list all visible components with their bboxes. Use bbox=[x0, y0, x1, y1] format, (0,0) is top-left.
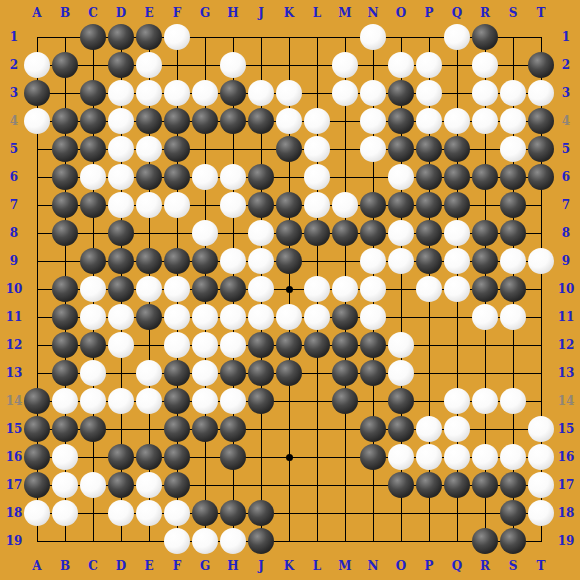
intersection-E13[interactable]: ○ bbox=[135, 359, 163, 387]
intersection-B12[interactable]: ● bbox=[51, 331, 79, 359]
intersection-L16[interactable] bbox=[303, 443, 331, 471]
intersection-H9[interactable]: ○ bbox=[219, 247, 247, 275]
intersection-D19[interactable] bbox=[107, 527, 135, 555]
intersection-T1[interactable] bbox=[527, 23, 555, 51]
intersection-N17[interactable] bbox=[359, 471, 387, 499]
intersection-N12[interactable]: ● bbox=[359, 331, 387, 359]
intersection-P9[interactable]: ● bbox=[415, 247, 443, 275]
intersection-S1[interactable] bbox=[499, 23, 527, 51]
intersection-L12[interactable]: ● bbox=[303, 331, 331, 359]
intersection-J8[interactable]: ○ bbox=[247, 219, 275, 247]
intersection-J3[interactable]: ○ bbox=[247, 79, 275, 107]
intersection-B10[interactable]: ● bbox=[51, 275, 79, 303]
intersection-J10[interactable]: ○ bbox=[247, 275, 275, 303]
intersection-C6[interactable]: ○ bbox=[79, 163, 107, 191]
intersection-D8[interactable]: ● bbox=[107, 219, 135, 247]
intersection-S8[interactable]: ● bbox=[499, 219, 527, 247]
intersection-G17[interactable] bbox=[191, 471, 219, 499]
intersection-K3[interactable]: ○ bbox=[275, 79, 303, 107]
intersection-E18[interactable]: ○ bbox=[135, 499, 163, 527]
intersection-P14[interactable] bbox=[415, 387, 443, 415]
intersection-A12[interactable] bbox=[23, 331, 51, 359]
intersection-P7[interactable]: ● bbox=[415, 191, 443, 219]
intersection-K6[interactable] bbox=[275, 163, 303, 191]
intersection-S12[interactable] bbox=[499, 331, 527, 359]
intersection-H6[interactable]: ○ bbox=[219, 163, 247, 191]
intersection-L7[interactable]: ○ bbox=[303, 191, 331, 219]
intersection-N7[interactable]: ● bbox=[359, 191, 387, 219]
intersection-S18[interactable]: ● bbox=[499, 499, 527, 527]
intersection-T2[interactable]: ● bbox=[527, 51, 555, 79]
intersection-E14[interactable]: ○ bbox=[135, 387, 163, 415]
intersection-H10[interactable]: ● bbox=[219, 275, 247, 303]
intersection-N4[interactable]: ○ bbox=[359, 107, 387, 135]
intersection-P2[interactable]: ○ bbox=[415, 51, 443, 79]
intersection-A10[interactable] bbox=[23, 275, 51, 303]
intersection-C19[interactable] bbox=[79, 527, 107, 555]
intersection-N16[interactable]: ● bbox=[359, 443, 387, 471]
intersection-A18[interactable]: ○ bbox=[23, 499, 51, 527]
intersection-S17[interactable]: ● bbox=[499, 471, 527, 499]
intersection-T4[interactable]: ● bbox=[527, 107, 555, 135]
intersection-P5[interactable]: ● bbox=[415, 135, 443, 163]
intersection-N14[interactable] bbox=[359, 387, 387, 415]
intersection-C5[interactable]: ● bbox=[79, 135, 107, 163]
intersection-D13[interactable] bbox=[107, 359, 135, 387]
intersection-O17[interactable]: ● bbox=[387, 471, 415, 499]
intersection-F13[interactable]: ● bbox=[163, 359, 191, 387]
intersection-B3[interactable] bbox=[51, 79, 79, 107]
intersection-N18[interactable] bbox=[359, 499, 387, 527]
intersection-B15[interactable]: ● bbox=[51, 415, 79, 443]
intersection-G9[interactable]: ● bbox=[191, 247, 219, 275]
intersection-A16[interactable]: ● bbox=[23, 443, 51, 471]
intersection-A17[interactable]: ● bbox=[23, 471, 51, 499]
intersection-R1[interactable]: ● bbox=[471, 23, 499, 51]
intersection-S13[interactable] bbox=[499, 359, 527, 387]
intersection-J12[interactable]: ● bbox=[247, 331, 275, 359]
intersection-G15[interactable]: ● bbox=[191, 415, 219, 443]
intersection-H11[interactable]: ○ bbox=[219, 303, 247, 331]
intersection-F14[interactable]: ● bbox=[163, 387, 191, 415]
intersection-M12[interactable]: ● bbox=[331, 331, 359, 359]
intersection-T19[interactable] bbox=[527, 527, 555, 555]
intersection-P12[interactable] bbox=[415, 331, 443, 359]
intersection-P1[interactable] bbox=[415, 23, 443, 51]
intersection-Q2[interactable] bbox=[443, 51, 471, 79]
intersection-M10[interactable]: ○ bbox=[331, 275, 359, 303]
intersection-E16[interactable]: ● bbox=[135, 443, 163, 471]
intersection-G13[interactable]: ○ bbox=[191, 359, 219, 387]
intersection-L11[interactable]: ○ bbox=[303, 303, 331, 331]
intersection-J18[interactable]: ● bbox=[247, 499, 275, 527]
intersection-C10[interactable]: ○ bbox=[79, 275, 107, 303]
intersection-Q9[interactable]: ○ bbox=[443, 247, 471, 275]
intersection-K19[interactable] bbox=[275, 527, 303, 555]
intersection-E6[interactable]: ● bbox=[135, 163, 163, 191]
intersection-B1[interactable] bbox=[51, 23, 79, 51]
intersection-R8[interactable]: ● bbox=[471, 219, 499, 247]
intersection-A11[interactable] bbox=[23, 303, 51, 331]
intersection-N8[interactable]: ● bbox=[359, 219, 387, 247]
intersection-E4[interactable]: ● bbox=[135, 107, 163, 135]
intersection-A15[interactable]: ● bbox=[23, 415, 51, 443]
intersection-L19[interactable] bbox=[303, 527, 331, 555]
intersection-R15[interactable] bbox=[471, 415, 499, 443]
intersection-M6[interactable] bbox=[331, 163, 359, 191]
intersection-B4[interactable]: ● bbox=[51, 107, 79, 135]
intersection-N3[interactable]: ○ bbox=[359, 79, 387, 107]
intersection-M3[interactable]: ○ bbox=[331, 79, 359, 107]
intersection-A19[interactable] bbox=[23, 527, 51, 555]
intersection-Q14[interactable]: ○ bbox=[443, 387, 471, 415]
intersection-L2[interactable] bbox=[303, 51, 331, 79]
intersection-E2[interactable]: ○ bbox=[135, 51, 163, 79]
intersection-H2[interactable]: ○ bbox=[219, 51, 247, 79]
intersection-H4[interactable]: ● bbox=[219, 107, 247, 135]
intersection-S3[interactable]: ○ bbox=[499, 79, 527, 107]
intersection-K4[interactable]: ○ bbox=[275, 107, 303, 135]
intersection-Q7[interactable]: ● bbox=[443, 191, 471, 219]
intersection-T3[interactable]: ○ bbox=[527, 79, 555, 107]
intersection-E9[interactable]: ● bbox=[135, 247, 163, 275]
intersection-R18[interactable] bbox=[471, 499, 499, 527]
intersection-K17[interactable] bbox=[275, 471, 303, 499]
intersection-G4[interactable]: ● bbox=[191, 107, 219, 135]
intersection-B13[interactable]: ● bbox=[51, 359, 79, 387]
intersection-A7[interactable] bbox=[23, 191, 51, 219]
intersection-R6[interactable]: ● bbox=[471, 163, 499, 191]
intersection-S7[interactable]: ● bbox=[499, 191, 527, 219]
intersection-G2[interactable] bbox=[191, 51, 219, 79]
intersection-Q1[interactable]: ○ bbox=[443, 23, 471, 51]
intersection-N19[interactable] bbox=[359, 527, 387, 555]
intersection-M11[interactable]: ● bbox=[331, 303, 359, 331]
intersection-R10[interactable]: ● bbox=[471, 275, 499, 303]
intersection-S10[interactable]: ● bbox=[499, 275, 527, 303]
intersection-G10[interactable]: ● bbox=[191, 275, 219, 303]
intersection-J11[interactable]: ○ bbox=[247, 303, 275, 331]
intersection-R13[interactable] bbox=[471, 359, 499, 387]
intersection-O19[interactable] bbox=[387, 527, 415, 555]
intersection-E1[interactable]: ● bbox=[135, 23, 163, 51]
intersection-A3[interactable]: ● bbox=[23, 79, 51, 107]
intersection-B5[interactable]: ● bbox=[51, 135, 79, 163]
intersection-A4[interactable]: ○ bbox=[23, 107, 51, 135]
intersection-B8[interactable]: ● bbox=[51, 219, 79, 247]
intersection-L5[interactable]: ○ bbox=[303, 135, 331, 163]
intersection-H3[interactable]: ● bbox=[219, 79, 247, 107]
intersection-F9[interactable]: ● bbox=[163, 247, 191, 275]
intersection-F12[interactable]: ○ bbox=[163, 331, 191, 359]
intersection-N13[interactable]: ● bbox=[359, 359, 387, 387]
intersection-M8[interactable]: ● bbox=[331, 219, 359, 247]
intersection-D15[interactable] bbox=[107, 415, 135, 443]
intersection-D6[interactable]: ○ bbox=[107, 163, 135, 191]
intersection-P13[interactable] bbox=[415, 359, 443, 387]
intersection-E15[interactable] bbox=[135, 415, 163, 443]
intersection-C14[interactable]: ○ bbox=[79, 387, 107, 415]
intersection-J5[interactable] bbox=[247, 135, 275, 163]
intersection-M2[interactable]: ○ bbox=[331, 51, 359, 79]
intersection-F15[interactable]: ● bbox=[163, 415, 191, 443]
intersection-E11[interactable]: ● bbox=[135, 303, 163, 331]
intersection-B18[interactable]: ○ bbox=[51, 499, 79, 527]
intersection-A1[interactable] bbox=[23, 23, 51, 51]
intersection-J9[interactable]: ○ bbox=[247, 247, 275, 275]
intersection-K8[interactable]: ● bbox=[275, 219, 303, 247]
intersection-B11[interactable]: ● bbox=[51, 303, 79, 331]
intersection-B17[interactable]: ○ bbox=[51, 471, 79, 499]
intersection-F4[interactable]: ● bbox=[163, 107, 191, 135]
intersection-G18[interactable]: ● bbox=[191, 499, 219, 527]
intersection-P16[interactable]: ○ bbox=[415, 443, 443, 471]
intersection-C15[interactable]: ● bbox=[79, 415, 107, 443]
intersection-F10[interactable]: ○ bbox=[163, 275, 191, 303]
intersection-H16[interactable]: ● bbox=[219, 443, 247, 471]
intersection-L4[interactable]: ○ bbox=[303, 107, 331, 135]
intersection-Q17[interactable]: ● bbox=[443, 471, 471, 499]
intersection-B14[interactable]: ○ bbox=[51, 387, 79, 415]
intersection-N15[interactable]: ● bbox=[359, 415, 387, 443]
intersection-L17[interactable] bbox=[303, 471, 331, 499]
intersection-K11[interactable]: ○ bbox=[275, 303, 303, 331]
intersection-E12[interactable] bbox=[135, 331, 163, 359]
intersection-F18[interactable]: ○ bbox=[163, 499, 191, 527]
intersection-F6[interactable]: ● bbox=[163, 163, 191, 191]
intersection-T5[interactable]: ● bbox=[527, 135, 555, 163]
intersection-C1[interactable]: ● bbox=[79, 23, 107, 51]
intersection-M14[interactable]: ● bbox=[331, 387, 359, 415]
intersection-T18[interactable]: ○ bbox=[527, 499, 555, 527]
intersection-B19[interactable] bbox=[51, 527, 79, 555]
intersection-M1[interactable] bbox=[331, 23, 359, 51]
intersection-J2[interactable] bbox=[247, 51, 275, 79]
intersection-H18[interactable]: ● bbox=[219, 499, 247, 527]
intersection-Q4[interactable]: ○ bbox=[443, 107, 471, 135]
intersection-K10[interactable] bbox=[275, 275, 303, 303]
intersection-L10[interactable]: ○ bbox=[303, 275, 331, 303]
intersection-C2[interactable] bbox=[79, 51, 107, 79]
intersection-R5[interactable] bbox=[471, 135, 499, 163]
intersection-M17[interactable] bbox=[331, 471, 359, 499]
intersection-E10[interactable]: ○ bbox=[135, 275, 163, 303]
intersection-P6[interactable]: ● bbox=[415, 163, 443, 191]
intersection-Q18[interactable] bbox=[443, 499, 471, 527]
intersection-K9[interactable]: ● bbox=[275, 247, 303, 275]
intersection-M4[interactable] bbox=[331, 107, 359, 135]
intersection-E3[interactable]: ○ bbox=[135, 79, 163, 107]
intersection-D9[interactable]: ● bbox=[107, 247, 135, 275]
intersection-F17[interactable]: ● bbox=[163, 471, 191, 499]
intersection-F11[interactable]: ○ bbox=[163, 303, 191, 331]
intersection-A6[interactable] bbox=[23, 163, 51, 191]
intersection-R3[interactable]: ○ bbox=[471, 79, 499, 107]
intersection-A9[interactable] bbox=[23, 247, 51, 275]
intersection-H5[interactable] bbox=[219, 135, 247, 163]
intersection-G8[interactable]: ○ bbox=[191, 219, 219, 247]
intersection-L14[interactable] bbox=[303, 387, 331, 415]
intersection-K16[interactable] bbox=[275, 443, 303, 471]
intersection-K12[interactable]: ● bbox=[275, 331, 303, 359]
intersection-P3[interactable]: ○ bbox=[415, 79, 443, 107]
intersection-R4[interactable]: ○ bbox=[471, 107, 499, 135]
intersection-T7[interactable] bbox=[527, 191, 555, 219]
intersection-R12[interactable] bbox=[471, 331, 499, 359]
intersection-O8[interactable]: ○ bbox=[387, 219, 415, 247]
intersection-S6[interactable]: ● bbox=[499, 163, 527, 191]
intersection-O14[interactable]: ● bbox=[387, 387, 415, 415]
intersection-O11[interactable] bbox=[387, 303, 415, 331]
intersection-O3[interactable]: ● bbox=[387, 79, 415, 107]
intersection-S5[interactable]: ○ bbox=[499, 135, 527, 163]
intersection-L6[interactable]: ○ bbox=[303, 163, 331, 191]
intersection-R9[interactable]: ● bbox=[471, 247, 499, 275]
intersection-P11[interactable] bbox=[415, 303, 443, 331]
intersection-P18[interactable] bbox=[415, 499, 443, 527]
intersection-M9[interactable] bbox=[331, 247, 359, 275]
intersection-R11[interactable]: ○ bbox=[471, 303, 499, 331]
intersection-J7[interactable]: ● bbox=[247, 191, 275, 219]
intersection-M15[interactable] bbox=[331, 415, 359, 443]
intersection-J13[interactable]: ● bbox=[247, 359, 275, 387]
intersection-B6[interactable]: ● bbox=[51, 163, 79, 191]
intersection-G1[interactable] bbox=[191, 23, 219, 51]
intersection-D4[interactable]: ○ bbox=[107, 107, 135, 135]
intersection-M18[interactable] bbox=[331, 499, 359, 527]
intersection-O2[interactable]: ○ bbox=[387, 51, 415, 79]
intersection-H12[interactable]: ○ bbox=[219, 331, 247, 359]
intersection-O15[interactable]: ● bbox=[387, 415, 415, 443]
intersection-K7[interactable]: ● bbox=[275, 191, 303, 219]
intersection-N11[interactable]: ○ bbox=[359, 303, 387, 331]
intersection-J16[interactable] bbox=[247, 443, 275, 471]
intersection-L18[interactable] bbox=[303, 499, 331, 527]
intersection-O4[interactable]: ● bbox=[387, 107, 415, 135]
intersection-G7[interactable] bbox=[191, 191, 219, 219]
intersection-L9[interactable] bbox=[303, 247, 331, 275]
intersection-F2[interactable] bbox=[163, 51, 191, 79]
intersection-K2[interactable] bbox=[275, 51, 303, 79]
intersection-T15[interactable]: ○ bbox=[527, 415, 555, 443]
intersection-D17[interactable]: ● bbox=[107, 471, 135, 499]
intersection-H15[interactable]: ● bbox=[219, 415, 247, 443]
intersection-L3[interactable] bbox=[303, 79, 331, 107]
intersection-A8[interactable] bbox=[23, 219, 51, 247]
intersection-S11[interactable]: ○ bbox=[499, 303, 527, 331]
intersection-L13[interactable] bbox=[303, 359, 331, 387]
intersection-O7[interactable]: ● bbox=[387, 191, 415, 219]
intersection-F5[interactable]: ● bbox=[163, 135, 191, 163]
intersection-L8[interactable]: ● bbox=[303, 219, 331, 247]
intersection-Q12[interactable] bbox=[443, 331, 471, 359]
intersection-Q8[interactable]: ○ bbox=[443, 219, 471, 247]
intersection-M13[interactable]: ● bbox=[331, 359, 359, 387]
intersection-P10[interactable]: ○ bbox=[415, 275, 443, 303]
intersection-Q13[interactable] bbox=[443, 359, 471, 387]
intersection-J4[interactable]: ● bbox=[247, 107, 275, 135]
intersection-F16[interactable]: ● bbox=[163, 443, 191, 471]
intersection-A5[interactable] bbox=[23, 135, 51, 163]
intersection-R14[interactable]: ○ bbox=[471, 387, 499, 415]
intersection-L1[interactable] bbox=[303, 23, 331, 51]
intersection-G3[interactable]: ○ bbox=[191, 79, 219, 107]
intersection-D14[interactable]: ○ bbox=[107, 387, 135, 415]
intersection-G5[interactable] bbox=[191, 135, 219, 163]
intersection-K14[interactable] bbox=[275, 387, 303, 415]
intersection-D1[interactable]: ● bbox=[107, 23, 135, 51]
intersection-G14[interactable]: ○ bbox=[191, 387, 219, 415]
intersection-D5[interactable]: ○ bbox=[107, 135, 135, 163]
intersection-S19[interactable]: ● bbox=[499, 527, 527, 555]
intersection-M5[interactable] bbox=[331, 135, 359, 163]
intersection-T12[interactable] bbox=[527, 331, 555, 359]
intersection-A13[interactable] bbox=[23, 359, 51, 387]
intersection-E5[interactable]: ○ bbox=[135, 135, 163, 163]
intersection-H14[interactable]: ○ bbox=[219, 387, 247, 415]
intersection-S4[interactable]: ○ bbox=[499, 107, 527, 135]
intersection-H7[interactable]: ○ bbox=[219, 191, 247, 219]
intersection-K15[interactable] bbox=[275, 415, 303, 443]
intersection-G11[interactable]: ○ bbox=[191, 303, 219, 331]
intersection-D7[interactable]: ○ bbox=[107, 191, 135, 219]
intersection-H13[interactable]: ● bbox=[219, 359, 247, 387]
intersection-S15[interactable] bbox=[499, 415, 527, 443]
intersection-H1[interactable] bbox=[219, 23, 247, 51]
intersection-G12[interactable]: ○ bbox=[191, 331, 219, 359]
intersection-C9[interactable]: ● bbox=[79, 247, 107, 275]
intersection-J1[interactable] bbox=[247, 23, 275, 51]
intersection-T9[interactable]: ○ bbox=[527, 247, 555, 275]
intersection-F7[interactable]: ○ bbox=[163, 191, 191, 219]
intersection-Q5[interactable]: ● bbox=[443, 135, 471, 163]
intersection-H17[interactable] bbox=[219, 471, 247, 499]
intersection-C12[interactable]: ● bbox=[79, 331, 107, 359]
intersection-T14[interactable] bbox=[527, 387, 555, 415]
intersection-O9[interactable]: ○ bbox=[387, 247, 415, 275]
intersection-O12[interactable]: ○ bbox=[387, 331, 415, 359]
intersection-B2[interactable]: ● bbox=[51, 51, 79, 79]
intersection-E19[interactable] bbox=[135, 527, 163, 555]
intersection-S2[interactable] bbox=[499, 51, 527, 79]
intersection-J14[interactable]: ● bbox=[247, 387, 275, 415]
intersection-P4[interactable]: ○ bbox=[415, 107, 443, 135]
intersection-T16[interactable]: ○ bbox=[527, 443, 555, 471]
intersection-G19[interactable]: ○ bbox=[191, 527, 219, 555]
intersection-T8[interactable] bbox=[527, 219, 555, 247]
intersection-T11[interactable] bbox=[527, 303, 555, 331]
intersection-B7[interactable]: ● bbox=[51, 191, 79, 219]
intersection-R2[interactable]: ○ bbox=[471, 51, 499, 79]
intersection-M16[interactable] bbox=[331, 443, 359, 471]
intersection-D18[interactable]: ○ bbox=[107, 499, 135, 527]
intersection-C17[interactable]: ○ bbox=[79, 471, 107, 499]
intersection-D16[interactable]: ● bbox=[107, 443, 135, 471]
intersection-D12[interactable]: ○ bbox=[107, 331, 135, 359]
intersection-M7[interactable]: ○ bbox=[331, 191, 359, 219]
intersection-T6[interactable]: ● bbox=[527, 163, 555, 191]
intersection-R19[interactable]: ● bbox=[471, 527, 499, 555]
intersection-D3[interactable]: ○ bbox=[107, 79, 135, 107]
intersection-R16[interactable]: ○ bbox=[471, 443, 499, 471]
intersection-N5[interactable]: ○ bbox=[359, 135, 387, 163]
intersection-K1[interactable] bbox=[275, 23, 303, 51]
intersection-F1[interactable]: ○ bbox=[163, 23, 191, 51]
intersection-O13[interactable]: ○ bbox=[387, 359, 415, 387]
intersection-S9[interactable]: ○ bbox=[499, 247, 527, 275]
intersection-J17[interactable] bbox=[247, 471, 275, 499]
intersection-E7[interactable]: ○ bbox=[135, 191, 163, 219]
